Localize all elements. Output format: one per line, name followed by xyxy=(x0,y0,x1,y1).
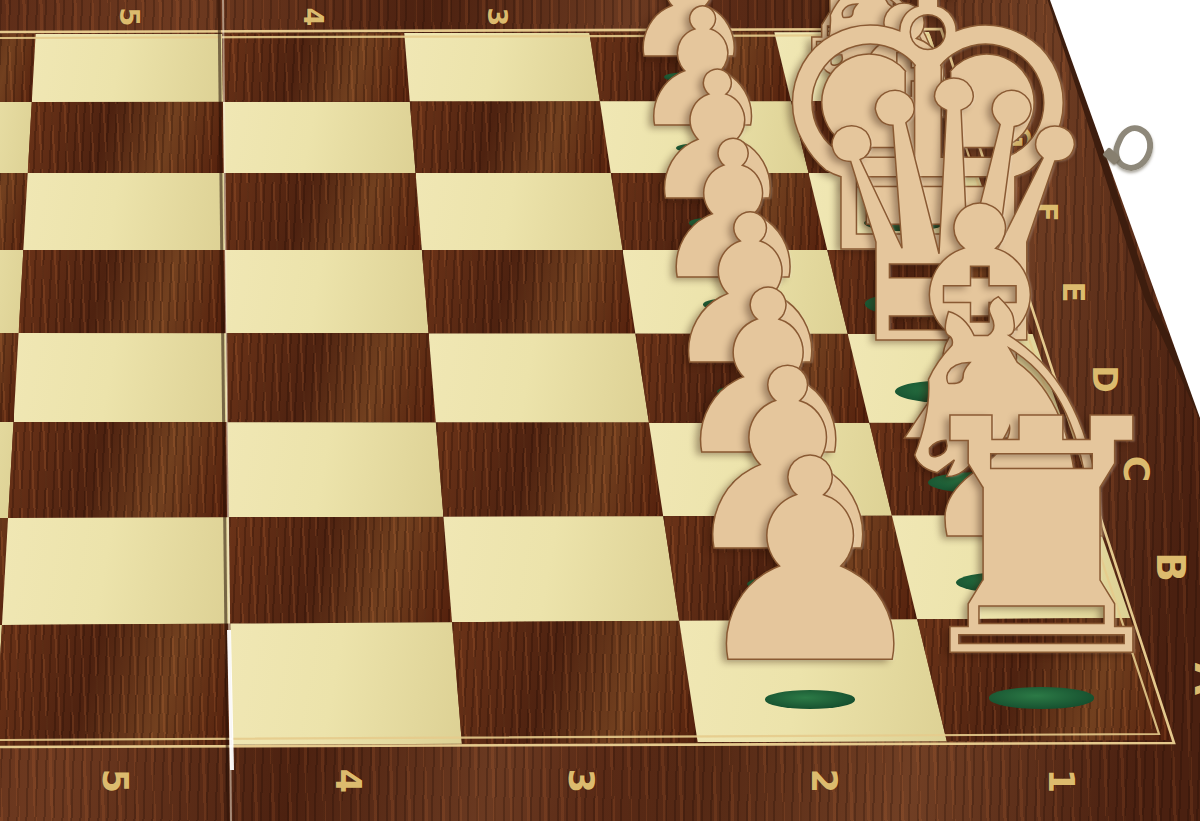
rank-label-bottom-3: 3 xyxy=(563,769,598,793)
rank-label-bottom-5: 5 xyxy=(96,769,131,793)
rank-label-top-4: 4 xyxy=(300,8,327,27)
rank-label-bottom-2: 2 xyxy=(805,769,840,793)
rank-label-bottom-4: 4 xyxy=(330,769,365,793)
pawn-glyph: ♟ xyxy=(685,426,936,700)
rank-label-top-3: 3 xyxy=(483,8,510,27)
rank-label-top-5: 5 xyxy=(116,8,143,27)
rank-label-bottom-1: 1 xyxy=(1042,769,1077,793)
chessboard-photo: HGFEDCBA54354321 ♜♟♞♟♝♟♚♟♛♟♝♟♞♟♜♟ xyxy=(0,0,1200,821)
piece-white-pawn-a2[interactable]: ♟ xyxy=(643,415,978,700)
